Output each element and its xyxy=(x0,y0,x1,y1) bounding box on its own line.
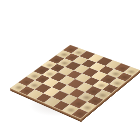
pawn-glyph: ♟ xyxy=(18,75,33,91)
product-photo-background: ♜♟♟♜♞♟♟♞♝♟♟♝♛♟♟♛♚♟♟♚♝♟♟♝♞♟♟♞♜♟♟♜ xyxy=(0,0,140,140)
rook-glyph: ♜ xyxy=(70,96,87,115)
chessboard-stage: ♜♟♟♜♞♟♟♞♝♟♟♝♛♟♟♛♚♟♟♚♝♟♟♝♞♟♟♞♜♟♟♜ xyxy=(23,27,127,131)
